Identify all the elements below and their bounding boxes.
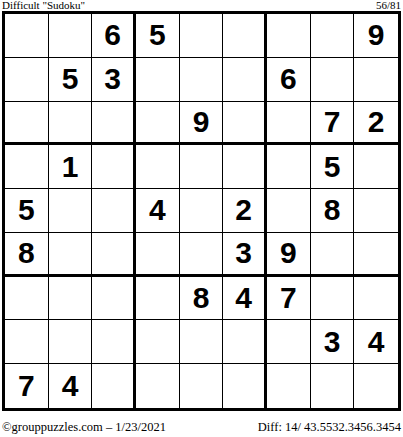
cell-r7c7-given: 7: [267, 277, 311, 321]
cell-r9c1-given: 7: [5, 364, 49, 408]
cell-r5c7-empty: [267, 189, 311, 233]
cell-r2c3-given: 3: [92, 58, 136, 102]
cell-r8c7-empty: [267, 320, 311, 364]
cell-r9c7-empty: [267, 364, 311, 408]
cell-r5c1-given: 5: [5, 189, 49, 233]
cell-r3c8-given: 7: [311, 102, 355, 146]
cell-r8c1-empty: [5, 320, 49, 364]
cell-r1c9-given: 9: [354, 14, 398, 58]
cell-r5c4-given: 4: [136, 189, 180, 233]
cell-r7c5-given: 8: [180, 277, 224, 321]
cell-r6c4-empty: [136, 233, 180, 277]
cell-r3c3-empty: [92, 102, 136, 146]
cell-r8c5-empty: [180, 320, 224, 364]
cell-r7c3-empty: [92, 277, 136, 321]
cell-r1c1-empty: [5, 14, 49, 58]
cell-r9c3-empty: [92, 364, 136, 408]
cell-r6c1-given: 8: [5, 233, 49, 277]
cell-r1c5-empty: [180, 14, 224, 58]
cell-r9c4-empty: [136, 364, 180, 408]
cell-r7c4-empty: [136, 277, 180, 321]
cell-r6c9-empty: [354, 233, 398, 277]
cell-r9c8-empty: [311, 364, 355, 408]
cell-r4c7-empty: [267, 145, 311, 189]
cell-r6c3-empty: [92, 233, 136, 277]
header: Difficult "Sudoku" 56/81: [2, 0, 401, 11]
footer: ©grouppuzzles.com – 1/23/2021 Diff: 14/ …: [2, 420, 401, 434]
cell-r3c9-given: 2: [354, 102, 398, 146]
cell-r9c2-given: 4: [49, 364, 93, 408]
cell-r4c2-given: 1: [49, 145, 93, 189]
cell-r8c9-given: 4: [354, 320, 398, 364]
cell-r5c3-empty: [92, 189, 136, 233]
cell-r8c8-given: 3: [311, 320, 355, 364]
cell-r2c4-empty: [136, 58, 180, 102]
cell-r2c5-empty: [180, 58, 224, 102]
cell-r1c6-empty: [223, 14, 267, 58]
difficulty-text: Diff: 14/ 43.5532.3456.3454: [258, 420, 401, 434]
cell-r8c4-empty: [136, 320, 180, 364]
puzzle-title: Difficult "Sudoku": [2, 0, 85, 11]
cell-r6c7-given: 9: [267, 233, 311, 277]
cell-r9c5-empty: [180, 364, 224, 408]
cell-r3c5-given: 9: [180, 102, 224, 146]
cell-r4c1-empty: [5, 145, 49, 189]
cell-r5c2-empty: [49, 189, 93, 233]
cell-r1c2-empty: [49, 14, 93, 58]
cell-r2c6-empty: [223, 58, 267, 102]
cell-r3c2-empty: [49, 102, 93, 146]
cell-r4c9-empty: [354, 145, 398, 189]
cell-r1c8-empty: [311, 14, 355, 58]
cell-r1c4-given: 5: [136, 14, 180, 58]
cell-r4c6-empty: [223, 145, 267, 189]
cell-r1c3-given: 6: [92, 14, 136, 58]
cell-r3c6-empty: [223, 102, 267, 146]
cell-r4c8-given: 5: [311, 145, 355, 189]
cell-r4c5-empty: [180, 145, 224, 189]
cell-r3c7-empty: [267, 102, 311, 146]
cell-r5c8-given: 8: [311, 189, 355, 233]
cell-r2c2-given: 5: [49, 58, 93, 102]
cell-r9c9-empty: [354, 364, 398, 408]
cell-r2c1-empty: [5, 58, 49, 102]
cell-r1c7-empty: [267, 14, 311, 58]
cell-r4c3-empty: [92, 145, 136, 189]
cell-r8c2-empty: [49, 320, 93, 364]
cell-r5c9-empty: [354, 189, 398, 233]
cell-r7c9-empty: [354, 277, 398, 321]
cell-r2c8-empty: [311, 58, 355, 102]
cell-r8c3-empty: [92, 320, 136, 364]
sudoku-board: 6595369721554288398473474: [2, 11, 401, 411]
cell-r8c6-empty: [223, 320, 267, 364]
cell-r7c8-empty: [311, 277, 355, 321]
cell-r4c4-empty: [136, 145, 180, 189]
cell-r7c1-empty: [5, 277, 49, 321]
cell-r5c6-given: 2: [223, 189, 267, 233]
cell-r3c1-empty: [5, 102, 49, 146]
cell-r5c5-empty: [180, 189, 224, 233]
sudoku-page: Difficult "Sudoku" 56/81 659536972155428…: [0, 0, 403, 437]
cell-r3c4-empty: [136, 102, 180, 146]
cell-r7c2-empty: [49, 277, 93, 321]
copyright-text: ©grouppuzzles.com – 1/23/2021: [2, 420, 166, 434]
cell-r7c6-given: 4: [223, 277, 267, 321]
cell-r6c5-empty: [180, 233, 224, 277]
cell-r2c7-given: 6: [267, 58, 311, 102]
cell-r2c9-empty: [354, 58, 398, 102]
cell-r9c6-empty: [223, 364, 267, 408]
cell-r6c8-empty: [311, 233, 355, 277]
empty-cell-counter: 56/81: [376, 0, 401, 11]
cell-r6c6-given: 3: [223, 233, 267, 277]
cell-r6c2-empty: [49, 233, 93, 277]
